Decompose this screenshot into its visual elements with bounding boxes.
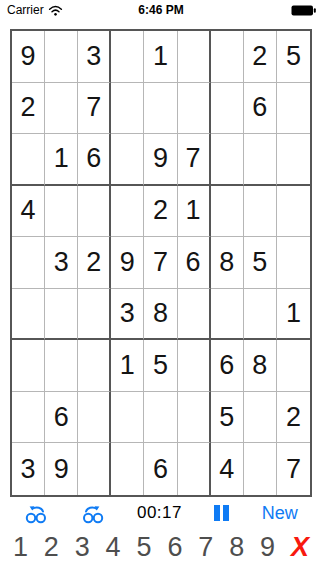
numpad-key-8[interactable]: 8 xyxy=(229,534,244,561)
cell-r1c3[interactable]: 3 xyxy=(78,31,111,83)
cell-r3c1[interactable] xyxy=(12,134,45,186)
cell-r9c7[interactable]: 4 xyxy=(211,443,244,495)
cell-r5c3[interactable]: 2 xyxy=(78,237,111,289)
cell-r4c9[interactable] xyxy=(277,186,310,238)
cell-r9c3[interactable] xyxy=(78,443,111,495)
cell-r6c7[interactable] xyxy=(211,289,244,341)
cell-r6c1[interactable] xyxy=(12,289,45,341)
cell-r8c2[interactable]: 6 xyxy=(45,392,78,444)
cell-r5c6[interactable]: 6 xyxy=(178,237,211,289)
cell-r9c4[interactable] xyxy=(111,443,144,495)
cell-r4c5[interactable]: 2 xyxy=(144,186,177,238)
cell-r7c9[interactable] xyxy=(277,340,310,392)
cell-r9c8[interactable] xyxy=(244,443,277,495)
cell-r4c2[interactable] xyxy=(45,186,78,238)
undo-button[interactable] xyxy=(24,503,48,524)
cell-r5c5[interactable]: 7 xyxy=(144,237,177,289)
cell-r7c2[interactable] xyxy=(45,340,78,392)
cell-r5c2[interactable]: 3 xyxy=(45,237,78,289)
cell-r4c4[interactable] xyxy=(111,186,144,238)
timer-label: 00:17 xyxy=(137,503,182,523)
battery-icon xyxy=(291,5,316,16)
cell-r9c1[interactable]: 3 xyxy=(12,443,45,495)
cell-r2c3[interactable]: 7 xyxy=(78,83,111,135)
cell-r9c5[interactable]: 6 xyxy=(144,443,177,495)
redo-icon xyxy=(81,503,105,524)
cell-r7c7[interactable]: 6 xyxy=(211,340,244,392)
undo-icon xyxy=(24,503,48,524)
redo-button[interactable] xyxy=(81,503,105,524)
cell-r7c3[interactable] xyxy=(78,340,111,392)
cell-r6c6[interactable] xyxy=(178,289,211,341)
cell-r2c9[interactable] xyxy=(277,83,310,135)
cell-r1c2[interactable] xyxy=(45,31,78,83)
cell-r8c6[interactable] xyxy=(178,392,211,444)
cell-r2c4[interactable] xyxy=(111,83,144,135)
cell-r3c9[interactable] xyxy=(277,134,310,186)
cell-r1c1[interactable]: 9 xyxy=(12,31,45,83)
cell-r1c8[interactable]: 2 xyxy=(244,31,277,83)
pause-icon xyxy=(214,505,229,521)
cell-r9c2[interactable]: 9 xyxy=(45,443,78,495)
status-bar: 6:46 PM Carrier xyxy=(0,0,322,20)
cell-r2c2[interactable] xyxy=(45,83,78,135)
new-game-button[interactable]: New xyxy=(262,503,298,524)
cell-r6c8[interactable] xyxy=(244,289,277,341)
cell-r8c1[interactable] xyxy=(12,392,45,444)
cell-r8c7[interactable]: 5 xyxy=(211,392,244,444)
numpad-key-4[interactable]: 4 xyxy=(106,534,121,561)
cell-r1c5[interactable]: 1 xyxy=(144,31,177,83)
cell-r5c8[interactable]: 5 xyxy=(244,237,277,289)
cell-r6c4[interactable]: 3 xyxy=(111,289,144,341)
cell-r4c8[interactable] xyxy=(244,186,277,238)
cell-r4c6[interactable]: 1 xyxy=(178,186,211,238)
numpad-key-6[interactable]: 6 xyxy=(167,534,182,561)
numpad-key-9[interactable]: 9 xyxy=(260,534,275,561)
cell-r3c7[interactable] xyxy=(211,134,244,186)
cell-r3c4[interactable] xyxy=(111,134,144,186)
cell-r7c5[interactable]: 5 xyxy=(144,340,177,392)
pause-button[interactable] xyxy=(214,505,229,521)
cell-r9c6[interactable] xyxy=(178,443,211,495)
numpad-key-5[interactable]: 5 xyxy=(136,534,151,561)
cell-r5c4[interactable]: 9 xyxy=(111,237,144,289)
cell-r2c1[interactable]: 2 xyxy=(12,83,45,135)
sudoku-board: 9312527616974213297685381156865239647 xyxy=(10,29,312,497)
numpad-key-7[interactable]: 7 xyxy=(198,534,213,561)
carrier-label: Carrier xyxy=(7,3,44,17)
wifi-icon xyxy=(48,5,63,16)
cell-r3c2[interactable]: 1 xyxy=(45,134,78,186)
cell-r4c7[interactable] xyxy=(211,186,244,238)
cell-r6c3[interactable] xyxy=(78,289,111,341)
cell-r6c5[interactable]: 8 xyxy=(144,289,177,341)
cell-r5c9[interactable] xyxy=(277,237,310,289)
cell-r1c7[interactable] xyxy=(211,31,244,83)
cell-r7c6[interactable] xyxy=(178,340,211,392)
cell-r1c4[interactable] xyxy=(111,31,144,83)
cell-r3c6[interactable]: 7 xyxy=(178,134,211,186)
cell-r7c8[interactable]: 8 xyxy=(244,340,277,392)
cell-r6c9[interactable]: 1 xyxy=(277,289,310,341)
cell-r2c8[interactable]: 6 xyxy=(244,83,277,135)
cell-r4c3[interactable] xyxy=(78,186,111,238)
toolbar: 00:17 New xyxy=(0,499,322,527)
cell-r7c4[interactable]: 1 xyxy=(111,340,144,392)
cell-r8c8[interactable] xyxy=(244,392,277,444)
cell-r3c8[interactable] xyxy=(244,134,277,186)
cell-r2c6[interactable] xyxy=(178,83,211,135)
cell-r5c1[interactable] xyxy=(12,237,45,289)
cell-r1c9[interactable]: 5 xyxy=(277,31,310,83)
numpad-key-2[interactable]: 2 xyxy=(44,534,59,561)
cell-r2c7[interactable] xyxy=(211,83,244,135)
cell-r3c3[interactable]: 6 xyxy=(78,134,111,186)
numpad-key-1[interactable]: 1 xyxy=(13,534,28,561)
cell-r3c5[interactable]: 9 xyxy=(144,134,177,186)
delete-key[interactable]: X xyxy=(291,534,309,561)
cell-r8c9[interactable]: 2 xyxy=(277,392,310,444)
cell-r5c7[interactable]: 8 xyxy=(211,237,244,289)
cell-r2c5[interactable] xyxy=(144,83,177,135)
number-pad: 123456789X xyxy=(0,529,322,565)
numpad-key-3[interactable]: 3 xyxy=(75,534,90,561)
cell-r6c2[interactable] xyxy=(45,289,78,341)
sudoku-app: 6:46 PM Carrier 931252761697421329768538… xyxy=(0,0,322,572)
cell-r1c6[interactable] xyxy=(178,31,211,83)
cell-r9c9[interactable]: 7 xyxy=(277,443,310,495)
cell-r8c5[interactable] xyxy=(144,392,177,444)
cell-r7c1[interactable] xyxy=(12,340,45,392)
cell-r8c4[interactable] xyxy=(111,392,144,444)
cell-r4c1[interactable]: 4 xyxy=(12,186,45,238)
cell-r8c3[interactable] xyxy=(78,392,111,444)
